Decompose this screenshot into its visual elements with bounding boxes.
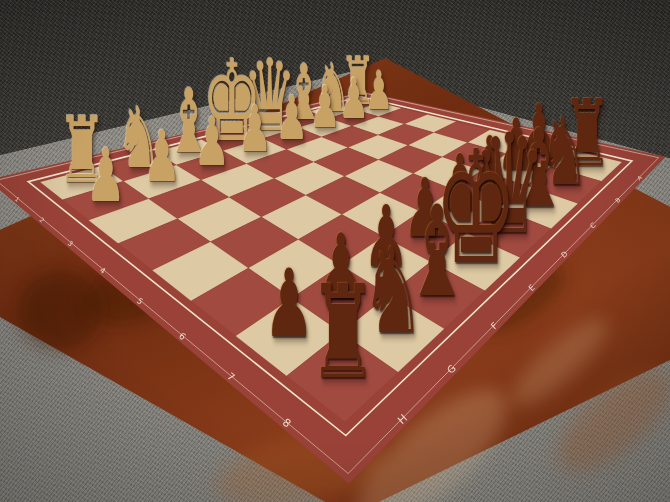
piece-white-pawn-f2[interactable]: ♟ (193, 109, 229, 176)
burl-grain-swirl (18, 270, 102, 350)
piece-white-pawn-h2[interactable]: ♟ (86, 138, 126, 212)
piece-white-pawn-d2[interactable]: ♟ (276, 87, 309, 148)
piece-white-pawn-c2[interactable]: ♟ (309, 78, 340, 136)
piece-white-pawn-g2[interactable]: ♟ (143, 122, 181, 193)
piece-white-pawn-e2[interactable]: ♟ (237, 97, 271, 161)
piece-white-pawn-b2[interactable]: ♟ (339, 71, 369, 127)
chess-scene: ABCDEFGH12345678 ♜♞♝♛♚♝♞♜♟♟♟♟♟♟♟♟♜♞♝♛♚♝♞… (0, 0, 670, 502)
piece-black-rook-h8[interactable]: ♜ (308, 267, 377, 396)
piece-black-pawn-h7[interactable]: ♟ (264, 257, 315, 351)
